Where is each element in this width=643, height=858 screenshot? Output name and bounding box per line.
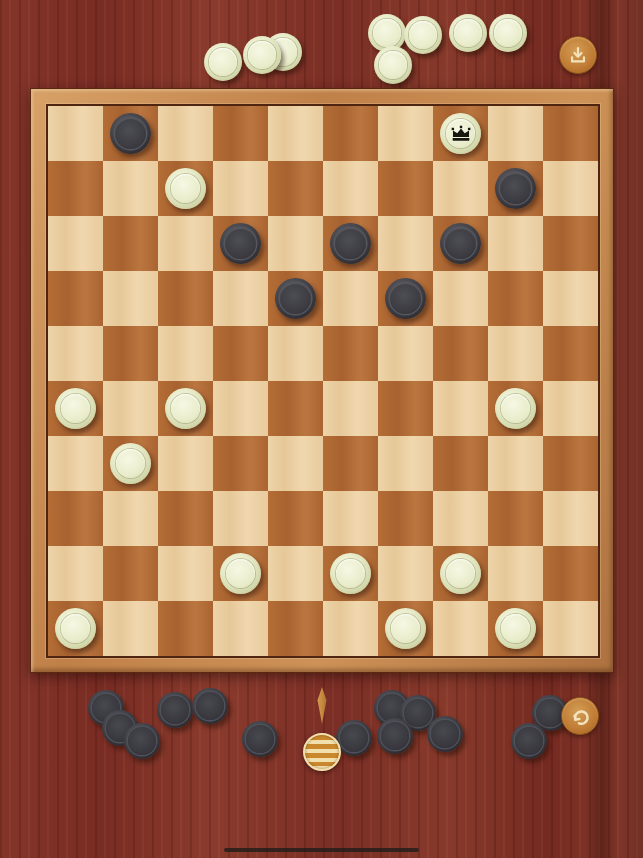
square-r6c8 — [488, 436, 543, 491]
square-r0c2 — [158, 106, 213, 161]
square-r7c1 — [103, 491, 158, 546]
square-r3c6[interactable] — [378, 271, 433, 326]
square-r5c9 — [543, 381, 598, 436]
square-r1c5 — [323, 161, 378, 216]
captured-black-piece — [427, 716, 463, 752]
square-r4c0 — [48, 326, 103, 381]
captured-black-piece — [511, 723, 547, 759]
square-r0c1[interactable] — [103, 106, 158, 161]
square-r0c4 — [268, 106, 323, 161]
square-r9c9 — [543, 601, 598, 656]
square-r6c1[interactable] — [103, 436, 158, 491]
square-r3c0[interactable] — [48, 271, 103, 326]
square-r7c9 — [543, 491, 598, 546]
square-r3c2[interactable] — [158, 271, 213, 326]
square-r0c7[interactable] — [433, 106, 488, 161]
captured-black-piece — [242, 721, 278, 757]
square-r5c1 — [103, 381, 158, 436]
square-r9c1 — [103, 601, 158, 656]
square-r1c1 — [103, 161, 158, 216]
undo-button[interactable] — [561, 697, 599, 735]
square-r5c7 — [433, 381, 488, 436]
square-r1c3 — [213, 161, 268, 216]
square-r1c7 — [433, 161, 488, 216]
game-screen — [0, 0, 643, 858]
square-r3c5 — [323, 271, 378, 326]
square-r1c9 — [543, 161, 598, 216]
square-r4c9[interactable] — [543, 326, 598, 381]
square-r2c6 — [378, 216, 433, 271]
square-r7c2[interactable] — [158, 491, 213, 546]
captured-white-piece — [489, 14, 527, 52]
square-r7c6[interactable] — [378, 491, 433, 546]
turn-pointer-icon — [315, 687, 329, 724]
square-r8c8 — [488, 546, 543, 601]
square-r4c7[interactable] — [433, 326, 488, 381]
square-r0c3[interactable] — [213, 106, 268, 161]
square-r2c3[interactable] — [213, 216, 268, 271]
white-man-piece[interactable] — [495, 608, 536, 649]
square-r5c8[interactable] — [488, 381, 543, 436]
captured-white-piece — [243, 36, 281, 74]
black-man-piece[interactable] — [385, 278, 426, 319]
square-r5c4[interactable] — [268, 381, 323, 436]
square-r9c7 — [433, 601, 488, 656]
square-r3c3 — [213, 271, 268, 326]
square-r9c6[interactable] — [378, 601, 433, 656]
square-r8c4 — [268, 546, 323, 601]
square-r0c6 — [378, 106, 433, 161]
captured-white-piece — [374, 46, 412, 84]
captured-black-piece — [124, 723, 160, 759]
square-r8c5[interactable] — [323, 546, 378, 601]
black-man-piece[interactable] — [110, 113, 151, 154]
square-r7c7 — [433, 491, 488, 546]
square-r6c6 — [378, 436, 433, 491]
square-r3c4[interactable] — [268, 271, 323, 326]
square-r8c9[interactable] — [543, 546, 598, 601]
square-r9c0[interactable] — [48, 601, 103, 656]
white-man-piece[interactable] — [220, 553, 261, 594]
white-man-piece[interactable] — [330, 553, 371, 594]
square-r3c9 — [543, 271, 598, 326]
white-man-piece[interactable] — [440, 553, 481, 594]
square-r2c7[interactable] — [433, 216, 488, 271]
square-r6c9[interactable] — [543, 436, 598, 491]
app-screen: { "app": { "name": "checkers-app", "back… — [0, 0, 643, 858]
square-r9c5 — [323, 601, 378, 656]
square-r8c7[interactable] — [433, 546, 488, 601]
square-r0c5[interactable] — [323, 106, 378, 161]
square-r5c2[interactable] — [158, 381, 213, 436]
square-r9c8[interactable] — [488, 601, 543, 656]
square-r4c8 — [488, 326, 543, 381]
white-man-piece[interactable] — [110, 443, 151, 484]
captured-white-piece — [404, 16, 442, 54]
square-r6c0 — [48, 436, 103, 491]
white-man-piece[interactable] — [165, 388, 206, 429]
square-r5c3 — [213, 381, 268, 436]
board-grid — [46, 104, 600, 658]
square-r1c0[interactable] — [48, 161, 103, 216]
square-r2c5[interactable] — [323, 216, 378, 271]
white-man-piece[interactable] — [55, 388, 96, 429]
captured-black-piece — [336, 720, 372, 756]
download-button[interactable] — [559, 36, 597, 74]
square-r2c9[interactable] — [543, 216, 598, 271]
square-r7c4[interactable] — [268, 491, 323, 546]
square-r6c4 — [268, 436, 323, 491]
square-r0c8 — [488, 106, 543, 161]
captured-white-piece — [449, 14, 487, 52]
black-man-piece[interactable] — [495, 168, 536, 209]
square-r4c4 — [268, 326, 323, 381]
square-r3c7 — [433, 271, 488, 326]
square-r8c2 — [158, 546, 213, 601]
square-r1c8[interactable] — [488, 161, 543, 216]
move-indicator-coin[interactable] — [303, 733, 341, 771]
square-r6c7[interactable] — [433, 436, 488, 491]
square-r2c0 — [48, 216, 103, 271]
square-r3c1 — [103, 271, 158, 326]
square-r9c3 — [213, 601, 268, 656]
black-man-piece[interactable] — [220, 223, 261, 264]
square-r4c1[interactable] — [103, 326, 158, 381]
board-frame — [30, 88, 614, 673]
square-r5c5 — [323, 381, 378, 436]
square-r2c8 — [488, 216, 543, 271]
square-r6c3[interactable] — [213, 436, 268, 491]
white-king-piece[interactable] — [440, 113, 481, 154]
black-man-piece[interactable] — [330, 223, 371, 264]
square-r2c4 — [268, 216, 323, 271]
black-man-piece[interactable] — [275, 278, 316, 319]
square-r1c4[interactable] — [268, 161, 323, 216]
square-r5c0[interactable] — [48, 381, 103, 436]
square-r8c3[interactable] — [213, 546, 268, 601]
crown-icon — [449, 124, 473, 142]
square-r7c8[interactable] — [488, 491, 543, 546]
square-r7c0[interactable] — [48, 491, 103, 546]
square-r2c2 — [158, 216, 213, 271]
square-r1c2[interactable] — [158, 161, 213, 216]
captured-black-piece — [377, 718, 413, 754]
square-r3c8[interactable] — [488, 271, 543, 326]
square-r7c5 — [323, 491, 378, 546]
undo-icon — [568, 704, 592, 728]
square-r8c1[interactable] — [103, 546, 158, 601]
white-man-piece[interactable] — [55, 608, 96, 649]
white-man-piece[interactable] — [495, 388, 536, 429]
square-r0c0 — [48, 106, 103, 161]
black-man-piece[interactable] — [440, 223, 481, 264]
square-r4c6 — [378, 326, 433, 381]
square-r1c6[interactable] — [378, 161, 433, 216]
square-r2c1[interactable] — [103, 216, 158, 271]
captured-white-piece — [204, 43, 242, 81]
white-man-piece[interactable] — [385, 608, 426, 649]
square-r7c3 — [213, 491, 268, 546]
white-man-piece[interactable] — [165, 168, 206, 209]
home-indicator[interactable] — [224, 848, 419, 852]
captured-black-piece — [192, 688, 228, 724]
download-icon — [567, 44, 589, 66]
square-r6c5[interactable] — [323, 436, 378, 491]
square-r9c2[interactable] — [158, 601, 213, 656]
square-r4c2 — [158, 326, 213, 381]
square-r4c5[interactable] — [323, 326, 378, 381]
captured-black-piece — [157, 692, 193, 728]
square-r6c2 — [158, 436, 213, 491]
square-r8c6 — [378, 546, 433, 601]
square-r9c4[interactable] — [268, 601, 323, 656]
square-r0c9[interactable] — [543, 106, 598, 161]
square-r5c6[interactable] — [378, 381, 433, 436]
square-r4c3[interactable] — [213, 326, 268, 381]
square-r8c0 — [48, 546, 103, 601]
